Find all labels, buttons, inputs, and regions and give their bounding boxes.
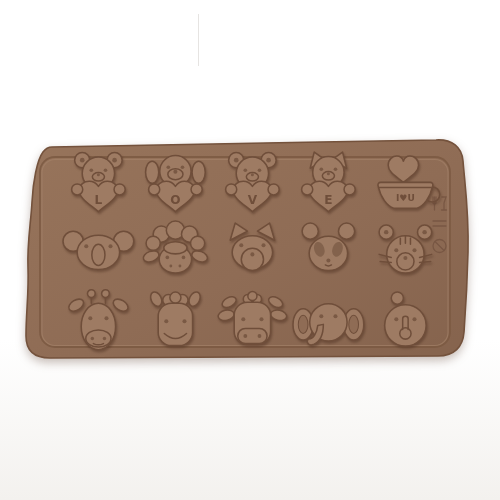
cavity-heart-cup: I♥U [367,147,444,218]
heart-letter: L [95,193,103,207]
cow-face-icon [214,288,291,359]
sheep-face-icon [137,218,214,289]
cavity-sheep [137,218,214,289]
kitten-face-icon: E [290,147,367,218]
heart-cup-icon: I♥U [367,147,444,218]
cavity-bear-cub [367,288,444,359]
cavity-tiger [367,218,444,289]
puppy-face-icon: O [137,147,214,218]
cavity-koala [60,218,137,289]
cat-face-icon [214,218,291,289]
cavity-bear-heart-l: L [60,147,137,218]
cup-text: I♥U [396,193,415,203]
koala-face-icon [60,218,137,289]
cavity-grid: L O V [60,147,444,353]
panda-face-icon [290,218,367,289]
heart-letter: O [170,193,180,207]
heart-letter: E [325,193,333,207]
bear-face-icon: L [60,147,137,218]
cavity-giraffe [60,288,137,359]
cavity-bear-heart-v: V [214,147,291,218]
horse-face-icon [137,288,214,359]
cavity-cow [214,288,291,359]
cavity-elephant [290,288,367,359]
giraffe-face-icon [60,288,137,359]
elephant-face-icon [290,288,367,359]
cavity-panda [290,218,367,289]
cavity-horse [137,288,214,359]
bear-cub-face-icon [367,288,444,359]
bear-face-icon: V [214,147,291,218]
heart-letter: V [247,193,257,207]
tiger-face-icon [367,218,444,289]
cavity-puppy-heart-o: O [137,147,214,218]
cavity-cat [214,218,291,289]
cavity-kitten-heart-e: E [290,147,367,218]
photo-stage: L O V [0,0,500,500]
